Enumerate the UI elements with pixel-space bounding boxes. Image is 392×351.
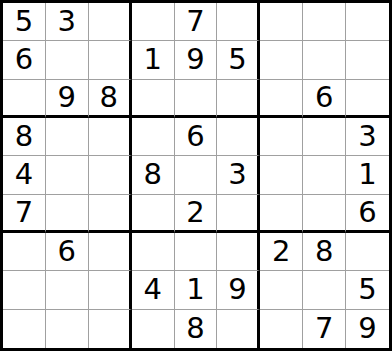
cell-r7c7[interactable]: 2 bbox=[260, 233, 303, 271]
cell-r1c5[interactable]: 7 bbox=[175, 3, 218, 41]
cell-r1c4[interactable] bbox=[132, 3, 175, 41]
cell-r6c1[interactable]: 7 bbox=[3, 195, 46, 233]
cell-r9c7[interactable] bbox=[260, 310, 303, 348]
cell-r1c6[interactable] bbox=[217, 3, 260, 41]
cell-r3c7[interactable] bbox=[260, 80, 303, 118]
cell-r8c9[interactable]: 5 bbox=[346, 271, 389, 309]
cell-r4c6[interactable] bbox=[217, 118, 260, 156]
cell-r9c6[interactable] bbox=[217, 310, 260, 348]
cell-r3c8[interactable]: 6 bbox=[303, 80, 346, 118]
cell-r7c1[interactable] bbox=[3, 233, 46, 271]
cell-r7c6[interactable] bbox=[217, 233, 260, 271]
cell-r8c5[interactable]: 1 bbox=[175, 271, 218, 309]
cell-r4c8[interactable] bbox=[303, 118, 346, 156]
cell-r3c6[interactable] bbox=[217, 80, 260, 118]
cell-r7c3[interactable] bbox=[89, 233, 132, 271]
cell-r6c6[interactable] bbox=[217, 195, 260, 233]
cell-r8c3[interactable] bbox=[89, 271, 132, 309]
sudoku-board: 537619598686348317266284195879 bbox=[0, 0, 392, 351]
cell-r2c8[interactable] bbox=[303, 41, 346, 79]
cell-r6c7[interactable] bbox=[260, 195, 303, 233]
cell-r9c3[interactable] bbox=[89, 310, 132, 348]
cell-r6c2[interactable] bbox=[46, 195, 89, 233]
cell-r2c6[interactable]: 5 bbox=[217, 41, 260, 79]
cell-r8c1[interactable] bbox=[3, 271, 46, 309]
cell-r5c3[interactable] bbox=[89, 156, 132, 194]
cell-r4c4[interactable] bbox=[132, 118, 175, 156]
cell-r7c4[interactable] bbox=[132, 233, 175, 271]
cell-r4c9[interactable]: 3 bbox=[346, 118, 389, 156]
cell-r1c9[interactable] bbox=[346, 3, 389, 41]
cell-r4c2[interactable] bbox=[46, 118, 89, 156]
cell-r9c5[interactable]: 8 bbox=[175, 310, 218, 348]
cell-r7c8[interactable]: 8 bbox=[303, 233, 346, 271]
cell-r6c4[interactable] bbox=[132, 195, 175, 233]
cell-r9c8[interactable]: 7 bbox=[303, 310, 346, 348]
cell-r6c5[interactable]: 2 bbox=[175, 195, 218, 233]
cell-r7c9[interactable] bbox=[346, 233, 389, 271]
cell-r1c3[interactable] bbox=[89, 3, 132, 41]
cell-r2c4[interactable]: 1 bbox=[132, 41, 175, 79]
cell-r2c9[interactable] bbox=[346, 41, 389, 79]
cell-r7c5[interactable] bbox=[175, 233, 218, 271]
cell-r5c9[interactable]: 1 bbox=[346, 156, 389, 194]
cell-r7c2[interactable]: 6 bbox=[46, 233, 89, 271]
cell-r5c5[interactable] bbox=[175, 156, 218, 194]
cell-r5c2[interactable] bbox=[46, 156, 89, 194]
cell-r8c4[interactable]: 4 bbox=[132, 271, 175, 309]
cell-r1c2[interactable]: 3 bbox=[46, 3, 89, 41]
cell-r5c8[interactable] bbox=[303, 156, 346, 194]
cell-r9c4[interactable] bbox=[132, 310, 175, 348]
cell-r8c6[interactable]: 9 bbox=[217, 271, 260, 309]
cell-r3c2[interactable]: 9 bbox=[46, 80, 89, 118]
cell-r3c4[interactable] bbox=[132, 80, 175, 118]
cell-r2c3[interactable] bbox=[89, 41, 132, 79]
cell-r5c4[interactable]: 8 bbox=[132, 156, 175, 194]
cell-r3c3[interactable]: 8 bbox=[89, 80, 132, 118]
cell-r2c5[interactable]: 9 bbox=[175, 41, 218, 79]
cell-r2c7[interactable] bbox=[260, 41, 303, 79]
cell-r2c2[interactable] bbox=[46, 41, 89, 79]
cell-r5c6[interactable]: 3 bbox=[217, 156, 260, 194]
cell-r9c1[interactable] bbox=[3, 310, 46, 348]
cell-r6c3[interactable] bbox=[89, 195, 132, 233]
cell-r8c7[interactable] bbox=[260, 271, 303, 309]
cell-r8c2[interactable] bbox=[46, 271, 89, 309]
cell-r1c1[interactable]: 5 bbox=[3, 3, 46, 41]
cell-r2c1[interactable]: 6 bbox=[3, 41, 46, 79]
cell-r6c8[interactable] bbox=[303, 195, 346, 233]
cell-r8c8[interactable] bbox=[303, 271, 346, 309]
cell-r6c9[interactable]: 6 bbox=[346, 195, 389, 233]
cell-r4c7[interactable] bbox=[260, 118, 303, 156]
cell-r1c7[interactable] bbox=[260, 3, 303, 41]
cell-r1c8[interactable] bbox=[303, 3, 346, 41]
cell-r9c9[interactable]: 9 bbox=[346, 310, 389, 348]
cell-r3c9[interactable] bbox=[346, 80, 389, 118]
cell-r4c1[interactable]: 8 bbox=[3, 118, 46, 156]
cell-r3c5[interactable] bbox=[175, 80, 218, 118]
cell-r4c3[interactable] bbox=[89, 118, 132, 156]
cell-r3c1[interactable] bbox=[3, 80, 46, 118]
cell-r5c7[interactable] bbox=[260, 156, 303, 194]
cell-r5c1[interactable]: 4 bbox=[3, 156, 46, 194]
cell-r4c5[interactable]: 6 bbox=[175, 118, 218, 156]
cell-r9c2[interactable] bbox=[46, 310, 89, 348]
